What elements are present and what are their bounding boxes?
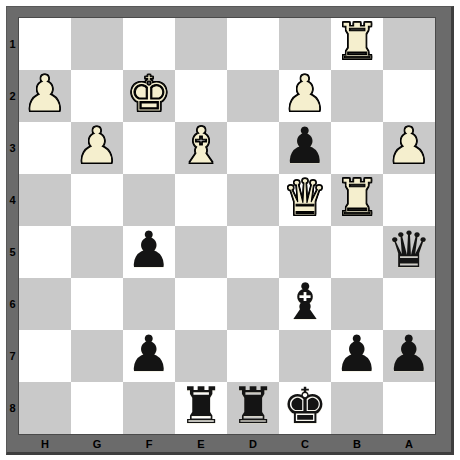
square-a4[interactable] xyxy=(383,174,435,226)
square-g7[interactable] xyxy=(71,330,123,382)
square-e4[interactable] xyxy=(175,174,227,226)
white-rook[interactable]: ♜ xyxy=(331,172,383,224)
square-d4[interactable] xyxy=(227,174,279,226)
square-a3[interactable]: ♟ xyxy=(383,122,435,174)
square-h2[interactable]: ♟ xyxy=(19,70,71,122)
black-rook[interactable]: ♜ xyxy=(175,380,227,432)
black-king[interactable]: ♚ xyxy=(279,380,331,432)
file-label-e: E xyxy=(175,434,227,454)
square-d1[interactable] xyxy=(227,18,279,70)
white-pawn[interactable]: ♟ xyxy=(279,68,331,120)
chess-diagram: 12345678 ♜♟♚♟♟♝♟♟♛♜♟♛♝♟♟♟♜♜♚ HGFEDCBA xyxy=(0,0,460,460)
square-h3[interactable] xyxy=(19,122,71,174)
square-c6[interactable]: ♝ xyxy=(279,278,331,330)
square-e5[interactable] xyxy=(175,226,227,278)
white-king[interactable]: ♚ xyxy=(123,68,175,120)
rank-label-8: 8 xyxy=(6,382,19,434)
white-bishop[interactable]: ♝ xyxy=(175,120,227,172)
square-c8[interactable]: ♚ xyxy=(279,382,331,434)
square-h5[interactable] xyxy=(19,226,71,278)
square-g5[interactable] xyxy=(71,226,123,278)
square-f7[interactable]: ♟ xyxy=(123,330,175,382)
rank-label-1: 1 xyxy=(6,18,19,70)
rank-label-6: 6 xyxy=(6,278,19,330)
square-g3[interactable]: ♟ xyxy=(71,122,123,174)
square-h1[interactable] xyxy=(19,18,71,70)
square-e3[interactable]: ♝ xyxy=(175,122,227,174)
square-c1[interactable] xyxy=(279,18,331,70)
white-rook[interactable]: ♜ xyxy=(331,16,383,68)
file-label-d: D xyxy=(227,434,279,454)
black-pawn[interactable]: ♟ xyxy=(331,328,383,380)
file-label-f: F xyxy=(123,434,175,454)
square-f2[interactable]: ♚ xyxy=(123,70,175,122)
rank-label-7: 7 xyxy=(6,330,19,382)
square-a8[interactable] xyxy=(383,382,435,434)
black-pawn[interactable]: ♟ xyxy=(123,224,175,276)
square-b7[interactable]: ♟ xyxy=(331,330,383,382)
square-d7[interactable] xyxy=(227,330,279,382)
square-b5[interactable] xyxy=(331,226,383,278)
rank-label-3: 3 xyxy=(6,122,19,174)
white-pawn[interactable]: ♟ xyxy=(383,120,435,172)
white-pawn[interactable]: ♟ xyxy=(71,120,123,172)
square-c3[interactable]: ♟ xyxy=(279,122,331,174)
black-bishop[interactable]: ♝ xyxy=(279,276,331,328)
square-a1[interactable] xyxy=(383,18,435,70)
black-pawn[interactable]: ♟ xyxy=(123,328,175,380)
white-pawn[interactable]: ♟ xyxy=(19,68,71,120)
square-d6[interactable] xyxy=(227,278,279,330)
square-b1[interactable]: ♜ xyxy=(331,18,383,70)
square-a2[interactable] xyxy=(383,70,435,122)
square-g1[interactable] xyxy=(71,18,123,70)
square-b3[interactable] xyxy=(331,122,383,174)
black-rook[interactable]: ♜ xyxy=(227,380,279,432)
file-label-g: G xyxy=(71,434,123,454)
square-b2[interactable] xyxy=(331,70,383,122)
square-f5[interactable]: ♟ xyxy=(123,226,175,278)
square-c4[interactable]: ♛ xyxy=(279,174,331,226)
square-h6[interactable] xyxy=(19,278,71,330)
black-pawn[interactable]: ♟ xyxy=(383,328,435,380)
square-g2[interactable] xyxy=(71,70,123,122)
square-a6[interactable] xyxy=(383,278,435,330)
square-e6[interactable] xyxy=(175,278,227,330)
square-f6[interactable] xyxy=(123,278,175,330)
square-d5[interactable] xyxy=(227,226,279,278)
square-g6[interactable] xyxy=(71,278,123,330)
square-h4[interactable] xyxy=(19,174,71,226)
square-f3[interactable] xyxy=(123,122,175,174)
square-e1[interactable] xyxy=(175,18,227,70)
black-queen[interactable]: ♛ xyxy=(383,224,435,276)
square-a7[interactable]: ♟ xyxy=(383,330,435,382)
square-f4[interactable] xyxy=(123,174,175,226)
square-e2[interactable] xyxy=(175,70,227,122)
black-pawn[interactable]: ♟ xyxy=(279,120,331,172)
square-h7[interactable] xyxy=(19,330,71,382)
rank-label-2: 2 xyxy=(6,70,19,122)
square-e7[interactable] xyxy=(175,330,227,382)
square-c5[interactable] xyxy=(279,226,331,278)
square-g4[interactable] xyxy=(71,174,123,226)
square-d3[interactable] xyxy=(227,122,279,174)
square-b8[interactable] xyxy=(331,382,383,434)
square-g8[interactable] xyxy=(71,382,123,434)
square-b6[interactable] xyxy=(331,278,383,330)
rank-label-5: 5 xyxy=(6,226,19,278)
square-h8[interactable] xyxy=(19,382,71,434)
square-b4[interactable]: ♜ xyxy=(331,174,383,226)
file-label-h: H xyxy=(19,434,71,454)
square-d2[interactable] xyxy=(227,70,279,122)
file-label-b: B xyxy=(331,434,383,454)
rank-label-4: 4 xyxy=(6,174,19,226)
white-queen[interactable]: ♛ xyxy=(279,172,331,224)
square-a5[interactable]: ♛ xyxy=(383,226,435,278)
rank-labels: 12345678 xyxy=(6,18,19,434)
square-e8[interactable]: ♜ xyxy=(175,382,227,434)
file-labels: HGFEDCBA xyxy=(19,434,435,454)
square-c2[interactable]: ♟ xyxy=(279,70,331,122)
square-d8[interactable]: ♜ xyxy=(227,382,279,434)
square-f8[interactable] xyxy=(123,382,175,434)
file-label-a: A xyxy=(383,434,435,454)
square-c7[interactable] xyxy=(279,330,331,382)
chess-board: ♜♟♚♟♟♝♟♟♛♜♟♛♝♟♟♟♜♜♚ xyxy=(19,18,435,434)
file-label-c: C xyxy=(279,434,331,454)
square-f1[interactable] xyxy=(123,18,175,70)
